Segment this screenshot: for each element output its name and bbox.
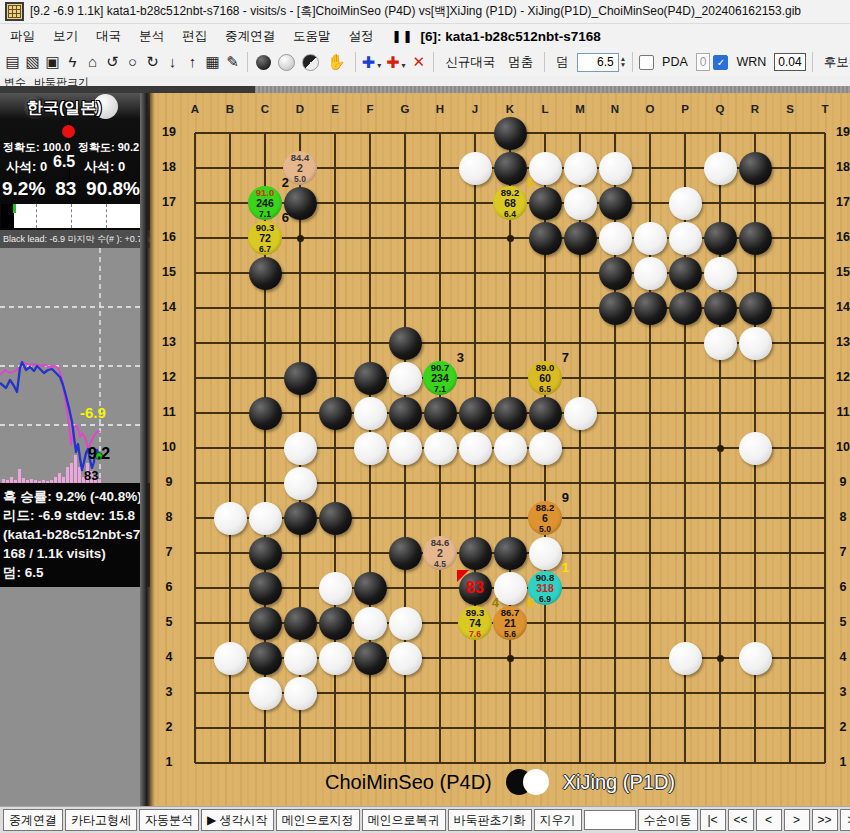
intersection-O8[interactable] bbox=[633, 501, 668, 536]
intersection-L9[interactable] bbox=[528, 466, 563, 501]
intersection-Q11[interactable] bbox=[703, 396, 738, 431]
pause-icon[interactable]: ❚❚ bbox=[392, 29, 414, 43]
intersection-L10[interactable] bbox=[528, 431, 563, 466]
intersection-B9[interactable] bbox=[213, 466, 248, 501]
white-stone-tool-icon[interactable] bbox=[278, 54, 295, 71]
engine-icon[interactable]: ϟ bbox=[64, 53, 81, 71]
intersection-A15[interactable] bbox=[178, 256, 213, 291]
intersection-N13[interactable] bbox=[598, 326, 633, 361]
intersection-B13[interactable] bbox=[213, 326, 248, 361]
pda-checkbox[interactable] bbox=[639, 55, 654, 70]
intersection-S17[interactable] bbox=[773, 186, 808, 221]
intersection-M3[interactable] bbox=[563, 676, 598, 711]
blue-cross-marker-icon[interactable]: ✚ bbox=[362, 53, 375, 72]
intersection-K4[interactable] bbox=[493, 641, 528, 676]
intersection-H18[interactable] bbox=[423, 151, 458, 186]
intersection-H2[interactable] bbox=[423, 711, 458, 746]
intersection-N8[interactable] bbox=[598, 501, 633, 536]
intersection-R14[interactable] bbox=[738, 291, 773, 326]
intersection-B2[interactable] bbox=[213, 711, 248, 746]
intersection-O18[interactable] bbox=[633, 151, 668, 186]
intersection-E4[interactable] bbox=[318, 641, 353, 676]
intersection-D13[interactable] bbox=[283, 326, 318, 361]
intersection-N9[interactable] bbox=[598, 466, 633, 501]
intersection-F14[interactable] bbox=[353, 291, 388, 326]
intersection-L3[interactable] bbox=[528, 676, 563, 711]
intersection-G12[interactable] bbox=[388, 361, 423, 396]
intersection-P11[interactable] bbox=[668, 396, 703, 431]
intersection-F12[interactable] bbox=[353, 361, 388, 396]
intersection-O13[interactable] bbox=[633, 326, 668, 361]
nav->>[interactable]: >> bbox=[812, 809, 838, 831]
intersection-T3[interactable] bbox=[808, 676, 843, 711]
komi-spinner[interactable]: 6.5 ▲▼ bbox=[577, 53, 626, 72]
intersection-H13[interactable] bbox=[423, 326, 458, 361]
intersection-F2[interactable] bbox=[353, 711, 388, 746]
intersection-L11[interactable] bbox=[528, 396, 563, 431]
intersection-N3[interactable] bbox=[598, 676, 633, 711]
intersection-K11[interactable] bbox=[493, 396, 528, 431]
intersection-N17[interactable] bbox=[598, 186, 633, 221]
wrn-checkbox[interactable]: ✓ bbox=[713, 55, 728, 70]
intersection-Q18[interactable] bbox=[703, 151, 738, 186]
menu-편집[interactable]: 편집 bbox=[182, 28, 207, 45]
intersection-M12[interactable] bbox=[563, 361, 598, 396]
intersection-O2[interactable] bbox=[633, 711, 668, 746]
intersection-T5[interactable] bbox=[808, 606, 843, 641]
intersection-P12[interactable] bbox=[668, 361, 703, 396]
black-stone-tool-icon[interactable] bbox=[256, 55, 271, 70]
nav-<<[interactable]: << bbox=[728, 809, 754, 831]
intersection-R12[interactable] bbox=[738, 361, 773, 396]
intersection-P9[interactable] bbox=[668, 466, 703, 501]
intersection-F16[interactable] bbox=[353, 221, 388, 256]
intersection-S2[interactable] bbox=[773, 711, 808, 746]
intersection-B5[interactable] bbox=[213, 606, 248, 641]
intersection-Q12[interactable] bbox=[703, 361, 738, 396]
intersection-P4[interactable] bbox=[668, 641, 703, 676]
intersection-L19[interactable] bbox=[528, 116, 563, 151]
intersection-R13[interactable] bbox=[738, 326, 773, 361]
intersection-M5[interactable] bbox=[563, 606, 598, 641]
intersection-J12[interactable] bbox=[458, 361, 493, 396]
candidate-move-L12[interactable]: 89.0606.57 bbox=[528, 361, 562, 395]
intersection-S9[interactable] bbox=[773, 466, 808, 501]
intersection-Q10[interactable] bbox=[703, 431, 738, 466]
intersection-B16[interactable] bbox=[213, 221, 248, 256]
intersection-T14[interactable] bbox=[808, 291, 843, 326]
intersection-R15[interactable] bbox=[738, 256, 773, 291]
candidate-move-K5[interactable]: 86.7215.68 bbox=[493, 606, 527, 640]
intersection-M11[interactable] bbox=[563, 396, 598, 431]
intersection-F19[interactable] bbox=[353, 116, 388, 151]
intersection-S15[interactable] bbox=[773, 256, 808, 291]
intersection-C18[interactable] bbox=[248, 151, 283, 186]
intersection-O7[interactable] bbox=[633, 536, 668, 571]
intersection-T8[interactable] bbox=[808, 501, 843, 536]
move-nav-button[interactable]: 수순이동 bbox=[638, 809, 698, 831]
chart-icon[interactable]: ⌂ bbox=[84, 53, 101, 71]
intersection-C4[interactable] bbox=[248, 641, 283, 676]
intersection-H15[interactable] bbox=[423, 256, 458, 291]
intersection-J18[interactable] bbox=[458, 151, 493, 186]
intersection-K15[interactable] bbox=[493, 256, 528, 291]
intersection-N4[interactable] bbox=[598, 641, 633, 676]
intersection-L16[interactable] bbox=[528, 221, 563, 256]
intersection-E2[interactable] bbox=[318, 711, 353, 746]
intersection-K3[interactable] bbox=[493, 676, 528, 711]
intersection-H7[interactable]: 84.624.5 bbox=[423, 536, 458, 571]
nav-|<[interactable]: |< bbox=[700, 809, 726, 831]
menu-중계연결[interactable]: 중계연결 bbox=[225, 28, 275, 45]
intersection-S8[interactable] bbox=[773, 501, 808, 536]
intersection-B6[interactable] bbox=[213, 571, 248, 606]
button-중계연결[interactable]: 중계연결 bbox=[3, 809, 63, 831]
intersection-C19[interactable] bbox=[248, 116, 283, 151]
intersection-H5[interactable] bbox=[423, 606, 458, 641]
intersection-A11[interactable] bbox=[178, 396, 213, 431]
intersection-J8[interactable] bbox=[458, 501, 493, 536]
intersection-K2[interactable] bbox=[493, 711, 528, 746]
intersection-N19[interactable] bbox=[598, 116, 633, 151]
intersection-A17[interactable] bbox=[178, 186, 213, 221]
intersection-O4[interactable] bbox=[633, 641, 668, 676]
intersection-C13[interactable] bbox=[248, 326, 283, 361]
intersection-N18[interactable] bbox=[598, 151, 633, 186]
intersection-T12[interactable] bbox=[808, 361, 843, 396]
intersection-D4[interactable] bbox=[283, 641, 318, 676]
intersection-H4[interactable] bbox=[423, 641, 458, 676]
intersection-O6[interactable] bbox=[633, 571, 668, 606]
intersection-S10[interactable] bbox=[773, 431, 808, 466]
intersection-R7[interactable] bbox=[738, 536, 773, 571]
intersection-T17[interactable] bbox=[808, 186, 843, 221]
intersection-A3[interactable] bbox=[178, 676, 213, 711]
intersection-E9[interactable] bbox=[318, 466, 353, 501]
intersection-C11[interactable] bbox=[248, 396, 283, 431]
intersection-R10[interactable] bbox=[738, 431, 773, 466]
intersection-T10[interactable] bbox=[808, 431, 843, 466]
intersection-K12[interactable] bbox=[493, 361, 528, 396]
nav->|[interactable]: >| bbox=[840, 809, 850, 831]
intersection-O10[interactable] bbox=[633, 431, 668, 466]
intersection-P17[interactable] bbox=[668, 186, 703, 221]
intersection-J5[interactable]: 89.3747.64 bbox=[458, 606, 493, 641]
intersection-Q9[interactable] bbox=[703, 466, 738, 501]
intersection-R8[interactable] bbox=[738, 501, 773, 536]
intersection-F18[interactable] bbox=[353, 151, 388, 186]
intersection-E17[interactable] bbox=[318, 186, 353, 221]
candidate-move-C17[interactable]: 91.02467.12 bbox=[248, 186, 282, 220]
intersection-C9[interactable] bbox=[248, 466, 283, 501]
intersection-P15[interactable] bbox=[668, 256, 703, 291]
intersection-Q6[interactable] bbox=[703, 571, 738, 606]
intersection-G4[interactable] bbox=[388, 641, 423, 676]
red-cross-marker-icon[interactable]: ✚ bbox=[386, 53, 399, 72]
intersection-J14[interactable] bbox=[458, 291, 493, 326]
nav->[interactable]: > bbox=[784, 809, 810, 831]
menu-도움말[interactable]: 도움말 bbox=[293, 28, 331, 45]
intersection-G19[interactable] bbox=[388, 116, 423, 151]
intersection-J4[interactable] bbox=[458, 641, 493, 676]
intersection-J7[interactable] bbox=[458, 536, 493, 571]
intersection-H11[interactable] bbox=[423, 396, 458, 431]
nav-<[interactable]: < bbox=[756, 809, 782, 831]
intersection-D12[interactable] bbox=[283, 361, 318, 396]
intersection-G2[interactable] bbox=[388, 711, 423, 746]
intersection-G18[interactable] bbox=[388, 151, 423, 186]
intersection-S6[interactable] bbox=[773, 571, 808, 606]
intersection-O12[interactable] bbox=[633, 361, 668, 396]
intersection-P8[interactable] bbox=[668, 501, 703, 536]
intersection-K9[interactable] bbox=[493, 466, 528, 501]
intersection-S18[interactable] bbox=[773, 151, 808, 186]
intersection-M15[interactable] bbox=[563, 256, 598, 291]
intersection-P10[interactable] bbox=[668, 431, 703, 466]
circle-icon[interactable]: ○ bbox=[124, 53, 141, 71]
intersection-Q3[interactable] bbox=[703, 676, 738, 711]
button-카타고형세[interactable]: 카타고형세 bbox=[65, 809, 137, 831]
intersection-T9[interactable] bbox=[808, 466, 843, 501]
intersection-T11[interactable] bbox=[808, 396, 843, 431]
intersection-E7[interactable] bbox=[318, 536, 353, 571]
intersection-G15[interactable] bbox=[388, 256, 423, 291]
intersection-J3[interactable] bbox=[458, 676, 493, 711]
intersection-B10[interactable] bbox=[213, 431, 248, 466]
intersection-T4[interactable] bbox=[808, 641, 843, 676]
komi-value[interactable]: 6.5 bbox=[577, 53, 619, 72]
rotate-left-icon[interactable]: ↺ bbox=[104, 53, 121, 71]
intersection-K5[interactable]: 86.7215.68 bbox=[493, 606, 528, 641]
intersection-R2[interactable] bbox=[738, 711, 773, 746]
intersection-D10[interactable] bbox=[283, 431, 318, 466]
intersection-G9[interactable] bbox=[388, 466, 423, 501]
candidate-move-H7[interactable]: 84.624.5 bbox=[423, 536, 457, 570]
intersection-G6[interactable] bbox=[388, 571, 423, 606]
intersection-K10[interactable] bbox=[493, 431, 528, 466]
intersection-G7[interactable] bbox=[388, 536, 423, 571]
intersection-M6[interactable] bbox=[563, 571, 598, 606]
intersection-C7[interactable] bbox=[248, 536, 283, 571]
intersection-L5[interactable] bbox=[528, 606, 563, 641]
menu-파일[interactable]: 파일 bbox=[10, 28, 35, 45]
intersection-R3[interactable] bbox=[738, 676, 773, 711]
intersection-O17[interactable] bbox=[633, 186, 668, 221]
intersection-J2[interactable] bbox=[458, 711, 493, 746]
candidate-move-C16[interactable]: 90.3726.76 bbox=[248, 221, 282, 255]
intersection-H10[interactable] bbox=[423, 431, 458, 466]
intersection-T13[interactable] bbox=[808, 326, 843, 361]
intersection-E15[interactable] bbox=[318, 256, 353, 291]
intersection-D16[interactable] bbox=[283, 221, 318, 256]
intersection-A16[interactable] bbox=[178, 221, 213, 256]
intersection-B3[interactable] bbox=[213, 676, 248, 711]
intersection-S14[interactable] bbox=[773, 291, 808, 326]
intersection-Q14[interactable] bbox=[703, 291, 738, 326]
intersection-T15[interactable] bbox=[808, 256, 843, 291]
intersection-H17[interactable] bbox=[423, 186, 458, 221]
intersection-B14[interactable] bbox=[213, 291, 248, 326]
intersection-A9[interactable] bbox=[178, 466, 213, 501]
intersection-N15[interactable] bbox=[598, 256, 633, 291]
button-바둑판초기화[interactable]: 바둑판초기화 bbox=[448, 809, 532, 831]
intersection-G16[interactable] bbox=[388, 221, 423, 256]
intersection-L8[interactable]: 88.265.09 bbox=[528, 501, 563, 536]
hand-tool-icon[interactable]: ✋ bbox=[327, 53, 346, 71]
intersection-K19[interactable] bbox=[493, 116, 528, 151]
intersection-D7[interactable] bbox=[283, 536, 318, 571]
intersection-J15[interactable] bbox=[458, 256, 493, 291]
intersection-Q4[interactable] bbox=[703, 641, 738, 676]
intersection-E11[interactable] bbox=[318, 396, 353, 431]
intersection-S13[interactable] bbox=[773, 326, 808, 361]
intersection-D14[interactable] bbox=[283, 291, 318, 326]
intersection-A10[interactable] bbox=[178, 431, 213, 466]
intersection-E18[interactable] bbox=[318, 151, 353, 186]
intersection-T19[interactable] bbox=[808, 116, 843, 151]
intersection-T18[interactable] bbox=[808, 151, 843, 186]
intersection-H8[interactable] bbox=[423, 501, 458, 536]
intersection-A18[interactable] bbox=[178, 151, 213, 186]
menu-대국[interactable]: 대국 bbox=[96, 28, 121, 45]
intersection-G11[interactable] bbox=[388, 396, 423, 431]
move-input[interactable] bbox=[584, 810, 636, 830]
intersection-L17[interactable] bbox=[528, 186, 563, 221]
intersection-E3[interactable] bbox=[318, 676, 353, 711]
intersection-F13[interactable] bbox=[353, 326, 388, 361]
intersection-C10[interactable] bbox=[248, 431, 283, 466]
intersection-E16[interactable] bbox=[318, 221, 353, 256]
intersection-G17[interactable] bbox=[388, 186, 423, 221]
candidate-move-H12[interactable]: 90.72347.13 bbox=[423, 361, 457, 395]
intersection-H6[interactable] bbox=[423, 571, 458, 606]
intersection-H9[interactable] bbox=[423, 466, 458, 501]
intersection-E19[interactable] bbox=[318, 116, 353, 151]
wrn-field[interactable]: 0.04 bbox=[774, 53, 805, 71]
intersection-R5[interactable] bbox=[738, 606, 773, 641]
candidate-move-J5[interactable]: 89.3747.64 bbox=[458, 606, 492, 640]
open-folder-icon[interactable]: ▧ bbox=[24, 53, 41, 71]
intersection-D9[interactable] bbox=[283, 466, 318, 501]
intersection-A5[interactable] bbox=[178, 606, 213, 641]
intersection-N14[interactable] bbox=[598, 291, 633, 326]
intersection-B17[interactable] bbox=[213, 186, 248, 221]
intersection-C6[interactable] bbox=[248, 571, 283, 606]
intersection-M18[interactable] bbox=[563, 151, 598, 186]
intersection-F11[interactable] bbox=[353, 396, 388, 431]
intersection-P3[interactable] bbox=[668, 676, 703, 711]
intersection-Q15[interactable] bbox=[703, 256, 738, 291]
new-game-button[interactable]: 신규대국 bbox=[445, 54, 495, 71]
intersection-O9[interactable] bbox=[633, 466, 668, 501]
intersection-D11[interactable] bbox=[283, 396, 318, 431]
intersection-M4[interactable] bbox=[563, 641, 598, 676]
intersection-R11[interactable] bbox=[738, 396, 773, 431]
intersection-F9[interactable] bbox=[353, 466, 388, 501]
button-메인으로지정[interactable]: 메인으로지정 bbox=[276, 809, 360, 831]
intersection-K17[interactable]: 89.2686.45 bbox=[493, 186, 528, 221]
intersection-H19[interactable] bbox=[423, 116, 458, 151]
intersection-A12[interactable] bbox=[178, 361, 213, 396]
pause-button[interactable]: 멈춤 bbox=[508, 54, 533, 71]
intersection-D6[interactable] bbox=[283, 571, 318, 606]
intersection-O16[interactable] bbox=[633, 221, 668, 256]
intersection-H14[interactable] bbox=[423, 291, 458, 326]
rotate-right-icon[interactable]: ↻ bbox=[144, 53, 161, 71]
intersection-A14[interactable] bbox=[178, 291, 213, 326]
intersection-Q5[interactable] bbox=[703, 606, 738, 641]
intersection-A7[interactable] bbox=[178, 536, 213, 571]
intersection-O5[interactable] bbox=[633, 606, 668, 641]
intersection-H3[interactable] bbox=[423, 676, 458, 711]
intersection-D5[interactable] bbox=[283, 606, 318, 641]
button-메인으로복귀[interactable]: 메인으로복귀 bbox=[362, 809, 446, 831]
intersection-M8[interactable] bbox=[563, 501, 598, 536]
intersection-J6[interactable]: 83 bbox=[458, 571, 493, 606]
intersection-S7[interactable] bbox=[773, 536, 808, 571]
intersection-O15[interactable] bbox=[633, 256, 668, 291]
intersection-R6[interactable] bbox=[738, 571, 773, 606]
intersection-E8[interactable] bbox=[318, 501, 353, 536]
intersection-M2[interactable] bbox=[563, 711, 598, 746]
candidate-move-L8[interactable]: 88.265.09 bbox=[528, 501, 562, 535]
intersection-S12[interactable] bbox=[773, 361, 808, 396]
intersection-L13[interactable] bbox=[528, 326, 563, 361]
save-icon[interactable]: ▣ bbox=[44, 53, 61, 71]
intersection-H12[interactable]: 90.72347.13 bbox=[423, 361, 458, 396]
intersection-F15[interactable] bbox=[353, 256, 388, 291]
scrub-progress[interactable] bbox=[0, 86, 255, 93]
intersection-B4[interactable] bbox=[213, 641, 248, 676]
intersection-J19[interactable] bbox=[458, 116, 493, 151]
intersection-B19[interactable] bbox=[213, 116, 248, 151]
intersection-J11[interactable] bbox=[458, 396, 493, 431]
candidate-move-K17[interactable]: 89.2686.45 bbox=[493, 186, 527, 220]
intersection-K18[interactable] bbox=[493, 151, 528, 186]
intersection-N5[interactable] bbox=[598, 606, 633, 641]
intersection-L4[interactable] bbox=[528, 641, 563, 676]
intersection-R4[interactable] bbox=[738, 641, 773, 676]
board-edit-icon[interactable]: ▦ bbox=[204, 53, 221, 71]
intersection-K14[interactable] bbox=[493, 291, 528, 326]
intersection-Q8[interactable] bbox=[703, 501, 738, 536]
intersection-S3[interactable] bbox=[773, 676, 808, 711]
down-arrow-icon[interactable]: ↓ bbox=[164, 53, 181, 71]
intersection-M19[interactable] bbox=[563, 116, 598, 151]
intersection-S11[interactable] bbox=[773, 396, 808, 431]
intersection-A4[interactable] bbox=[178, 641, 213, 676]
intersection-B8[interactable] bbox=[213, 501, 248, 536]
intersection-L7[interactable] bbox=[528, 536, 563, 571]
intersection-D8[interactable] bbox=[283, 501, 318, 536]
intersection-N6[interactable] bbox=[598, 571, 633, 606]
pda-field[interactable]: 0 bbox=[696, 53, 711, 71]
intersection-E6[interactable] bbox=[318, 571, 353, 606]
intersection-Q16[interactable] bbox=[703, 221, 738, 256]
intersection-O14[interactable] bbox=[633, 291, 668, 326]
open-gibo-icon[interactable]: ▤ bbox=[4, 53, 21, 71]
intersection-L2[interactable] bbox=[528, 711, 563, 746]
intersection-J17[interactable] bbox=[458, 186, 493, 221]
intersection-C3[interactable] bbox=[248, 676, 283, 711]
intersection-R17[interactable] bbox=[738, 186, 773, 221]
intersection-M16[interactable] bbox=[563, 221, 598, 256]
intersection-P13[interactable] bbox=[668, 326, 703, 361]
intersection-O19[interactable] bbox=[633, 116, 668, 151]
intersection-A19[interactable] bbox=[178, 116, 213, 151]
intersection-L15[interactable] bbox=[528, 256, 563, 291]
intersection-D19[interactable] bbox=[283, 116, 318, 151]
